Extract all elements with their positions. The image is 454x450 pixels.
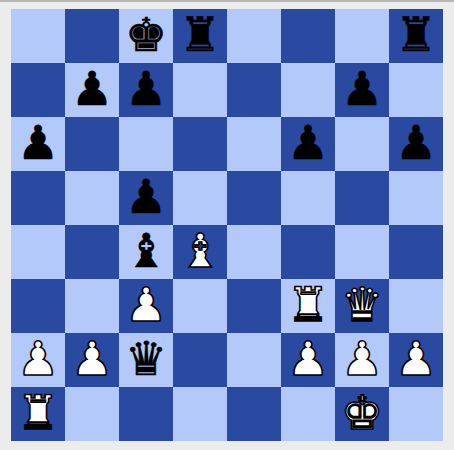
square-e7[interactable] [227,63,281,117]
square-h5[interactable] [389,171,443,225]
square-d3[interactable] [173,279,227,333]
white-pawn-piece: ♟ [125,281,167,328]
square-a6[interactable]: ♟ [11,117,65,171]
square-f3[interactable]: ♜ [281,279,335,333]
square-g3[interactable]: ♛ [335,279,389,333]
square-a1[interactable]: ♜ [11,387,65,441]
black-queen-piece: ♛ [125,335,167,382]
square-h7[interactable] [389,63,443,117]
square-c4[interactable]: ♝ [119,225,173,279]
chess-board: ♚♜♜♟♟♟♟♟♟♟♝♝♟♜♛♟♟♛♟♟♟♜♚ [11,9,443,441]
square-c8[interactable]: ♚ [119,9,173,63]
square-b7[interactable]: ♟ [65,63,119,117]
white-rook-piece: ♜ [17,389,59,436]
square-d7[interactable] [173,63,227,117]
square-e3[interactable] [227,279,281,333]
black-pawn-piece: ♟ [71,65,113,112]
square-f8[interactable] [281,9,335,63]
white-king-piece: ♚ [341,389,383,436]
black-rook-piece: ♜ [395,11,437,58]
square-b1[interactable] [65,387,119,441]
square-a4[interactable] [11,225,65,279]
square-e8[interactable] [227,9,281,63]
square-b6[interactable] [65,117,119,171]
square-h1[interactable] [389,387,443,441]
white-bishop-piece: ♝ [179,227,221,274]
square-b5[interactable] [65,171,119,225]
white-pawn-piece: ♟ [395,335,437,382]
square-a5[interactable] [11,171,65,225]
square-g5[interactable] [335,171,389,225]
square-e6[interactable] [227,117,281,171]
square-b2[interactable]: ♟ [65,333,119,387]
square-c2[interactable]: ♛ [119,333,173,387]
square-g7[interactable]: ♟ [335,63,389,117]
black-pawn-piece: ♟ [17,119,59,166]
square-c7[interactable]: ♟ [119,63,173,117]
square-a8[interactable] [11,9,65,63]
square-d5[interactable] [173,171,227,225]
square-a3[interactable] [11,279,65,333]
top-rule-divider [0,0,454,2]
white-pawn-piece: ♟ [287,335,329,382]
black-pawn-piece: ♟ [287,119,329,166]
square-b3[interactable] [65,279,119,333]
square-g6[interactable] [335,117,389,171]
square-g8[interactable] [335,9,389,63]
square-d8[interactable]: ♜ [173,9,227,63]
black-rook-piece: ♜ [179,11,221,58]
square-e5[interactable] [227,171,281,225]
white-rook-piece: ♜ [287,281,329,328]
square-f5[interactable] [281,171,335,225]
white-pawn-piece: ♟ [341,335,383,382]
square-c3[interactable]: ♟ [119,279,173,333]
white-pawn-piece: ♟ [17,335,59,382]
square-g4[interactable] [335,225,389,279]
square-f2[interactable]: ♟ [281,333,335,387]
square-b4[interactable] [65,225,119,279]
square-h3[interactable] [389,279,443,333]
square-b8[interactable] [65,9,119,63]
black-pawn-piece: ♟ [125,173,167,220]
square-e4[interactable] [227,225,281,279]
square-h4[interactable] [389,225,443,279]
square-c5[interactable]: ♟ [119,171,173,225]
square-h8[interactable]: ♜ [389,9,443,63]
square-d1[interactable] [173,387,227,441]
square-g2[interactable]: ♟ [335,333,389,387]
square-d2[interactable] [173,333,227,387]
square-f7[interactable] [281,63,335,117]
black-pawn-piece: ♟ [125,65,167,112]
square-c1[interactable] [119,387,173,441]
black-bishop-piece: ♝ [125,227,167,274]
square-g1[interactable]: ♚ [335,387,389,441]
black-pawn-piece: ♟ [341,65,383,112]
square-h6[interactable]: ♟ [389,117,443,171]
black-king-piece: ♚ [125,11,167,58]
white-pawn-piece: ♟ [71,335,113,382]
square-a7[interactable] [11,63,65,117]
white-queen-piece: ♛ [341,281,383,328]
square-d6[interactable] [173,117,227,171]
square-e1[interactable] [227,387,281,441]
square-a2[interactable]: ♟ [11,333,65,387]
square-f4[interactable] [281,225,335,279]
square-f1[interactable] [281,387,335,441]
square-e2[interactable] [227,333,281,387]
square-d4[interactable]: ♝ [173,225,227,279]
square-h2[interactable]: ♟ [389,333,443,387]
black-pawn-piece: ♟ [395,119,437,166]
square-c6[interactable] [119,117,173,171]
chess-app-screen: ♚♜♜♟♟♟♟♟♟♟♝♝♟♜♛♟♟♛♟♟♟♜♚ [0,0,454,450]
square-f6[interactable]: ♟ [281,117,335,171]
